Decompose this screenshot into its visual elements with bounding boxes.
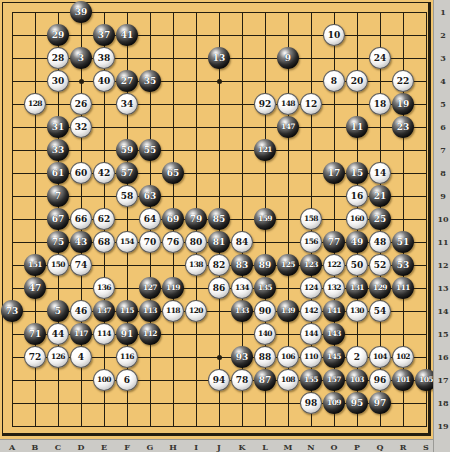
stone-black-115: 115 [116, 300, 138, 322]
stone-white-22: 22 [392, 70, 414, 92]
stone-white-76: 76 [162, 231, 184, 253]
stone-white-134: 134 [231, 277, 253, 299]
stone-white-86: 86 [208, 277, 230, 299]
stone-black-155: 155 [300, 369, 322, 391]
col-label-J: J [213, 442, 225, 452]
stone-black-113: 113 [139, 300, 161, 322]
stone-white-74: 74 [70, 254, 92, 276]
star-point [217, 79, 222, 84]
stone-white-96: 96 [369, 369, 391, 391]
stone-black-85: 85 [208, 208, 230, 230]
stone-black-57: 57 [116, 162, 138, 184]
col-label-P: P [351, 442, 363, 452]
stone-white-106: 106 [277, 346, 299, 368]
stone-black-21: 21 [369, 185, 391, 207]
stone-white-24: 24 [369, 47, 391, 69]
stone-black-31: 31 [47, 116, 69, 138]
stone-black-65: 65 [162, 162, 184, 184]
stone-white-58: 58 [116, 185, 138, 207]
stone-white-18: 18 [369, 93, 391, 115]
stone-black-55: 55 [139, 139, 161, 161]
stone-black-69: 69 [162, 208, 184, 230]
stone-black-91: 91 [116, 323, 138, 345]
stone-white-110: 110 [300, 346, 322, 368]
stone-black-125: 125 [277, 254, 299, 276]
stone-white-108: 108 [277, 369, 299, 391]
col-label-L: L [259, 442, 271, 452]
stone-white-28: 28 [47, 47, 69, 69]
row-label-16: 16 [437, 352, 449, 362]
stone-white-30: 30 [47, 70, 69, 92]
stone-black-147: 147 [277, 116, 299, 138]
row-label-11: 11 [437, 237, 449, 247]
stone-black-133: 133 [231, 300, 253, 322]
stone-white-32: 32 [70, 116, 92, 138]
stone-black-5: 5 [47, 300, 69, 322]
stone-white-154: 154 [116, 231, 138, 253]
stone-black-43: 43 [70, 231, 92, 253]
stone-black-25: 25 [369, 208, 391, 230]
stone-white-54: 54 [369, 300, 391, 322]
stone-black-121: 121 [254, 139, 276, 161]
row-label-1: 1 [437, 7, 449, 17]
stone-black-103: 103 [346, 369, 368, 391]
col-label-R: R [397, 442, 409, 452]
stone-black-143: 143 [323, 323, 345, 345]
stone-white-64: 64 [139, 208, 161, 230]
stone-white-2: 2 [346, 346, 368, 368]
stone-white-10: 10 [323, 24, 345, 46]
row-label-8: 8 [437, 168, 449, 178]
star-point [217, 355, 222, 360]
stone-black-95: 95 [346, 392, 368, 414]
stone-black-11: 11 [346, 116, 368, 138]
stone-white-98: 98 [300, 392, 322, 414]
stone-black-41: 41 [116, 24, 138, 46]
row-label-7: 7 [437, 145, 449, 155]
stone-black-77: 77 [323, 231, 345, 253]
stone-white-78: 78 [231, 369, 253, 391]
stone-black-59: 59 [116, 139, 138, 161]
stone-black-157: 157 [323, 369, 345, 391]
stone-black-117: 117 [70, 323, 92, 345]
stone-white-124: 124 [300, 277, 322, 299]
stone-black-127: 127 [139, 277, 161, 299]
col-label-A: A [6, 442, 18, 452]
stone-black-75: 75 [47, 231, 69, 253]
stone-black-93: 93 [231, 346, 253, 368]
row-label-3: 3 [437, 53, 449, 63]
stone-black-112: 112 [139, 323, 161, 345]
stone-white-16: 16 [346, 185, 368, 207]
stone-black-29: 29 [47, 24, 69, 46]
stone-white-34: 34 [116, 93, 138, 115]
stone-black-13: 13 [208, 47, 230, 69]
stone-black-19: 19 [392, 93, 414, 115]
stone-white-48: 48 [369, 231, 391, 253]
col-label-N: N [305, 442, 317, 452]
row-label-2: 2 [437, 30, 449, 40]
stone-white-126: 126 [47, 346, 69, 368]
stone-black-87: 87 [254, 369, 276, 391]
stone-black-129: 129 [369, 277, 391, 299]
stone-white-66: 66 [70, 208, 92, 230]
col-label-G: G [144, 442, 156, 452]
stone-black-137: 137 [93, 300, 115, 322]
stone-white-52: 52 [369, 254, 391, 276]
stone-black-37: 37 [93, 24, 115, 46]
stone-white-80: 80 [185, 231, 207, 253]
stone-black-33: 33 [47, 139, 69, 161]
stone-black-135: 135 [254, 277, 276, 299]
col-label-S: S [420, 442, 432, 452]
stone-white-20: 20 [346, 70, 368, 92]
stone-white-90: 90 [254, 300, 276, 322]
stone-white-114: 114 [93, 323, 115, 345]
stone-black-109: 109 [323, 392, 345, 414]
stone-white-102: 102 [392, 346, 414, 368]
stone-white-160: 160 [346, 208, 368, 230]
stone-black-71: 71 [24, 323, 46, 345]
col-label-B: B [29, 442, 41, 452]
stone-black-145: 145 [323, 346, 345, 368]
col-label-H: H [167, 442, 179, 452]
stone-black-139: 139 [277, 300, 299, 322]
stone-white-128: 128 [24, 93, 46, 115]
row-label-12: 12 [437, 260, 449, 270]
col-label-K: K [236, 442, 248, 452]
row-label-6: 6 [437, 122, 449, 132]
stone-white-38: 38 [93, 47, 115, 69]
stone-black-39: 39 [70, 1, 92, 23]
stone-white-122: 122 [323, 254, 345, 276]
stone-black-119: 119 [162, 277, 184, 299]
stone-black-97: 97 [369, 392, 391, 414]
stone-white-158: 158 [300, 208, 322, 230]
stone-black-47: 47 [24, 277, 46, 299]
stone-black-73: 73 [1, 300, 23, 322]
stone-white-104: 104 [369, 346, 391, 368]
col-label-O: O [328, 442, 340, 452]
stone-white-140: 140 [254, 323, 276, 345]
stone-white-88: 88 [254, 346, 276, 368]
stone-black-81: 81 [208, 231, 230, 253]
stone-white-84: 84 [231, 231, 253, 253]
stone-white-142: 142 [300, 300, 322, 322]
row-label-14: 14 [437, 306, 449, 316]
stone-white-100: 100 [93, 369, 115, 391]
stone-black-159: 159 [254, 208, 276, 230]
stone-white-150: 150 [47, 254, 69, 276]
stone-black-123: 123 [300, 254, 322, 276]
stone-black-89: 89 [254, 254, 276, 276]
stone-white-68: 68 [93, 231, 115, 253]
stone-black-3: 3 [70, 47, 92, 69]
stone-white-50: 50 [346, 254, 368, 276]
stone-white-62: 62 [93, 208, 115, 230]
stone-white-132: 132 [323, 277, 345, 299]
stone-white-148: 148 [277, 93, 299, 115]
stone-white-144: 144 [300, 323, 322, 345]
row-label-10: 10 [437, 214, 449, 224]
stone-white-44: 44 [47, 323, 69, 345]
stone-black-131: 131 [346, 277, 368, 299]
col-label-C: C [52, 442, 64, 452]
stone-black-27: 27 [116, 70, 138, 92]
stone-black-23: 23 [392, 116, 414, 138]
stone-white-130: 130 [346, 300, 368, 322]
row-label-19: 19 [437, 421, 449, 431]
row-label-15: 15 [437, 329, 449, 339]
row-label-5: 5 [437, 99, 449, 109]
stone-white-72: 72 [24, 346, 46, 368]
stone-black-53: 53 [392, 254, 414, 276]
stone-black-67: 67 [47, 208, 69, 230]
col-label-E: E [98, 442, 110, 452]
col-label-M: M [282, 442, 294, 452]
stone-black-63: 63 [139, 185, 161, 207]
stone-white-70: 70 [139, 231, 161, 253]
stone-white-6: 6 [116, 369, 138, 391]
stone-black-49: 49 [346, 231, 368, 253]
go-kifu-diagram: 2345678910111213141516171819202122232425… [0, 0, 450, 452]
row-label-9: 9 [437, 191, 449, 201]
col-label-Q: Q [374, 442, 386, 452]
stone-black-101: 101 [392, 369, 414, 391]
row-label-13: 13 [437, 283, 449, 293]
stone-white-138: 138 [185, 254, 207, 276]
stone-black-111: 111 [392, 277, 414, 299]
stone-black-141: 141 [323, 300, 345, 322]
stone-white-116: 116 [116, 346, 138, 368]
stone-white-118: 118 [162, 300, 184, 322]
row-coordinate-strip: 12345678910111213141516171819 [433, 0, 450, 452]
stone-white-42: 42 [93, 162, 115, 184]
stone-black-79: 79 [185, 208, 207, 230]
col-label-I: I [190, 442, 202, 452]
stone-black-17: 17 [323, 162, 345, 184]
stone-white-46: 46 [70, 300, 92, 322]
stone-white-4: 4 [70, 346, 92, 368]
stone-white-26: 26 [70, 93, 92, 115]
star-point [79, 79, 84, 84]
col-label-D: D [75, 442, 87, 452]
go-board: 2345678910111213141516171819202122232425… [0, 0, 433, 439]
stone-black-151: 151 [24, 254, 46, 276]
row-label-17: 17 [437, 375, 449, 385]
stone-black-15: 15 [346, 162, 368, 184]
stone-white-60: 60 [70, 162, 92, 184]
row-label-4: 4 [437, 76, 449, 86]
stone-white-136: 136 [93, 277, 115, 299]
row-label-18: 18 [437, 398, 449, 408]
stone-white-40: 40 [93, 70, 115, 92]
stone-white-120: 120 [185, 300, 207, 322]
stone-white-156: 156 [300, 231, 322, 253]
col-label-F: F [121, 442, 133, 452]
stone-white-14: 14 [369, 162, 391, 184]
stone-black-83: 83 [231, 254, 253, 276]
stone-black-9: 9 [277, 47, 299, 69]
stone-white-12: 12 [300, 93, 322, 115]
stone-white-94: 94 [208, 369, 230, 391]
stone-white-8: 8 [323, 70, 345, 92]
stone-white-92: 92 [254, 93, 276, 115]
stone-black-35: 35 [139, 70, 161, 92]
stone-black-51: 51 [392, 231, 414, 253]
stone-white-82: 82 [208, 254, 230, 276]
stone-black-61: 61 [47, 162, 69, 184]
column-coordinate-strip: ABCDEFGHIJKLMNOPQRS [0, 439, 433, 452]
stone-black-7: 7 [47, 185, 69, 207]
